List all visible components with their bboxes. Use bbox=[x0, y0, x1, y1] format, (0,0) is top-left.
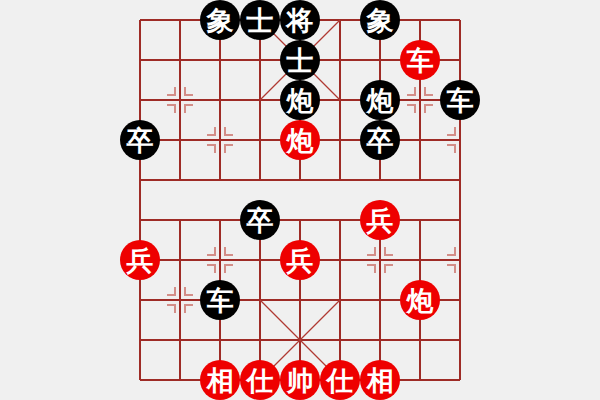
piece-black-chariot[interactable]: 车 bbox=[200, 280, 240, 320]
piece-red-chariot[interactable]: 车 bbox=[400, 40, 440, 80]
piece-red-advisor[interactable]: 仕 bbox=[320, 360, 360, 400]
piece-red-cannon[interactable]: 炮 bbox=[280, 120, 320, 160]
pieces-layer: 象士将象士车炮炮车卒炮卒卒兵兵兵车炮相仕帅仕相 bbox=[120, 0, 480, 400]
red-advisor-glyph: 仕 bbox=[240, 360, 280, 400]
black-cannon-glyph: 炮 bbox=[360, 80, 400, 120]
red-general-glyph: 帅 bbox=[280, 360, 320, 400]
piece-red-advisor[interactable]: 仕 bbox=[240, 360, 280, 400]
red-chariot-glyph: 车 bbox=[400, 40, 440, 80]
black-advisor-glyph: 士 bbox=[280, 40, 320, 80]
piece-black-advisor[interactable]: 士 bbox=[240, 0, 280, 40]
piece-black-elephant[interactable]: 象 bbox=[200, 0, 240, 40]
piece-black-soldier[interactable]: 卒 bbox=[360, 120, 400, 160]
piece-red-elephant[interactable]: 相 bbox=[360, 360, 400, 400]
black-cannon-glyph: 炮 bbox=[280, 80, 320, 120]
black-elephant-glyph: 象 bbox=[200, 0, 240, 40]
piece-black-elephant[interactable]: 象 bbox=[360, 0, 400, 40]
piece-red-elephant[interactable]: 相 bbox=[200, 360, 240, 400]
black-chariot-glyph: 车 bbox=[200, 280, 240, 320]
xiangqi-board: 象士将象士车炮炮车卒炮卒卒兵兵兵车炮相仕帅仕相 bbox=[0, 0, 600, 400]
piece-black-soldier[interactable]: 卒 bbox=[240, 200, 280, 240]
piece-red-general[interactable]: 帅 bbox=[280, 360, 320, 400]
red-soldier-glyph: 兵 bbox=[360, 200, 400, 240]
red-advisor-glyph: 仕 bbox=[320, 360, 360, 400]
black-soldier-glyph: 卒 bbox=[120, 120, 160, 160]
piece-red-soldier[interactable]: 兵 bbox=[120, 240, 160, 280]
red-elephant-glyph: 相 bbox=[360, 360, 400, 400]
red-elephant-glyph: 相 bbox=[200, 360, 240, 400]
black-elephant-glyph: 象 bbox=[360, 0, 400, 40]
piece-black-soldier[interactable]: 卒 bbox=[120, 120, 160, 160]
black-general-glyph: 将 bbox=[280, 0, 320, 40]
piece-black-advisor[interactable]: 士 bbox=[280, 40, 320, 80]
black-soldier-glyph: 卒 bbox=[240, 200, 280, 240]
black-chariot-glyph: 车 bbox=[440, 80, 480, 120]
red-soldier-glyph: 兵 bbox=[120, 240, 160, 280]
piece-black-cannon[interactable]: 炮 bbox=[360, 80, 400, 120]
black-advisor-glyph: 士 bbox=[240, 0, 280, 40]
red-soldier-glyph: 兵 bbox=[280, 240, 320, 280]
piece-black-general[interactable]: 将 bbox=[280, 0, 320, 40]
red-cannon-glyph: 炮 bbox=[400, 280, 440, 320]
piece-red-soldier[interactable]: 兵 bbox=[280, 240, 320, 280]
red-cannon-glyph: 炮 bbox=[280, 120, 320, 160]
piece-black-chariot[interactable]: 车 bbox=[440, 80, 480, 120]
piece-red-cannon[interactable]: 炮 bbox=[400, 280, 440, 320]
piece-black-cannon[interactable]: 炮 bbox=[280, 80, 320, 120]
black-soldier-glyph: 卒 bbox=[360, 120, 400, 160]
piece-red-soldier[interactable]: 兵 bbox=[360, 200, 400, 240]
